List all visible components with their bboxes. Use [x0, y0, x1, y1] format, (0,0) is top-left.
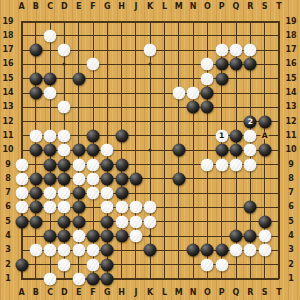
white-stone[interactable] [44, 201, 57, 214]
row-label-left: 1 [5, 275, 11, 283]
black-stone[interactable] [244, 230, 257, 243]
black-stone[interactable] [87, 144, 100, 157]
white-stone[interactable] [115, 215, 128, 228]
white-stone[interactable] [72, 272, 85, 285]
black-stone[interactable] [101, 215, 114, 228]
col-label-bottom: M [175, 289, 183, 297]
white-stone[interactable] [29, 244, 42, 257]
col-label-top: K [147, 3, 153, 11]
row-label-left: 11 [2, 132, 13, 140]
white-stone[interactable] [58, 44, 71, 57]
white-stone[interactable] [144, 44, 157, 57]
white-stone[interactable] [72, 230, 85, 243]
white-stone[interactable] [244, 144, 257, 157]
col-label-top: N [190, 3, 197, 11]
white-stone[interactable] [244, 129, 257, 142]
black-stone[interactable] [29, 72, 42, 85]
black-stone[interactable] [58, 215, 71, 228]
white-stone[interactable] [72, 172, 85, 185]
row-label-right: 18 [285, 32, 296, 40]
col-label-bottom: G [104, 289, 111, 297]
white-stone[interactable] [230, 44, 243, 57]
row-label-left: 6 [5, 203, 11, 211]
black-stone[interactable] [215, 58, 228, 71]
row-label-right: 17 [285, 46, 296, 54]
grid-vline [278, 21, 280, 279]
white-stone[interactable] [129, 201, 142, 214]
black-stone[interactable] [29, 201, 42, 214]
row-label-left: 8 [5, 175, 11, 183]
col-label-top: B [33, 3, 39, 11]
white-stone[interactable] [72, 244, 85, 257]
white-stone[interactable] [87, 258, 100, 271]
white-stone[interactable] [58, 101, 71, 114]
black-stone[interactable] [215, 72, 228, 85]
black-stone[interactable] [172, 172, 185, 185]
black-stone[interactable] [201, 87, 214, 100]
black-stone[interactable] [115, 172, 128, 185]
grid-hline [21, 278, 279, 280]
row-label-left: 17 [2, 46, 13, 54]
row-label-right: 12 [285, 118, 296, 126]
white-stone[interactable] [101, 187, 114, 200]
white-stone[interactable] [230, 158, 243, 171]
white-stone[interactable] [58, 129, 71, 142]
white-stone[interactable] [58, 201, 71, 214]
col-label-top: R [247, 3, 253, 11]
black-stone[interactable] [230, 230, 243, 243]
black-stone[interactable] [72, 201, 85, 214]
black-stone[interactable] [230, 58, 243, 71]
black-stone[interactable] [258, 215, 271, 228]
white-stone[interactable] [87, 58, 100, 71]
white-stone[interactable] [215, 44, 228, 57]
black-stone[interactable] [58, 172, 71, 185]
marker-1: 1 [219, 132, 224, 140]
white-stone[interactable] [87, 158, 100, 171]
black-stone[interactable] [44, 158, 57, 171]
black-stone[interactable] [72, 215, 85, 228]
row-label-right: 8 [288, 175, 294, 183]
black-stone[interactable] [44, 230, 57, 243]
col-label-top: M [175, 3, 183, 11]
row-label-left: 2 [5, 261, 11, 269]
star-point [149, 63, 152, 66]
col-label-bottom: J [134, 289, 137, 297]
black-stone[interactable] [29, 44, 42, 57]
marker-A: A [260, 132, 269, 140]
white-stone[interactable] [44, 29, 57, 42]
black-stone[interactable] [58, 158, 71, 171]
white-stone[interactable] [58, 258, 71, 271]
white-stone[interactable] [15, 172, 28, 185]
white-stone[interactable] [244, 44, 257, 57]
black-stone[interactable] [58, 230, 71, 243]
col-label-bottom: E [76, 289, 81, 297]
black-stone[interactable] [115, 129, 128, 142]
black-stone[interactable] [101, 244, 114, 257]
row-label-right: 3 [288, 246, 294, 254]
col-label-bottom: C [47, 289, 53, 297]
white-stone[interactable] [215, 158, 228, 171]
col-label-top: S [262, 3, 268, 11]
white-stone[interactable] [244, 244, 257, 257]
black-stone[interactable] [172, 144, 185, 157]
row-label-left: 18 [2, 32, 13, 40]
col-label-top: D [61, 3, 68, 11]
row-label-right: 5 [288, 218, 294, 226]
black-stone[interactable] [101, 172, 114, 185]
black-stone[interactable] [115, 158, 128, 171]
black-stone[interactable] [115, 187, 128, 200]
black-stone[interactable] [29, 144, 42, 157]
black-stone[interactable] [15, 258, 28, 271]
white-stone[interactable] [258, 230, 271, 243]
col-label-bottom: D [61, 289, 68, 297]
row-label-right: 14 [285, 89, 296, 97]
white-stone[interactable] [87, 172, 100, 185]
col-label-top: J [134, 3, 137, 11]
white-stone[interactable] [144, 201, 157, 214]
white-stone[interactable] [129, 230, 142, 243]
white-stone[interactable] [187, 87, 200, 100]
col-label-bottom: L [162, 289, 167, 297]
row-label-left: 16 [2, 60, 13, 68]
row-label-right: 9 [288, 161, 294, 169]
white-stone[interactable] [58, 144, 71, 157]
row-label-left: 19 [2, 18, 13, 26]
col-label-top: T [276, 3, 281, 11]
row-label-right: 16 [285, 60, 296, 68]
black-stone[interactable] [230, 144, 243, 157]
white-stone[interactable] [201, 158, 214, 171]
col-label-bottom: R [247, 289, 253, 297]
col-label-top: Q [233, 3, 240, 11]
black-stone[interactable] [72, 144, 85, 157]
col-label-top: E [76, 3, 81, 11]
row-label-left: 12 [2, 118, 13, 126]
white-stone[interactable] [44, 272, 57, 285]
white-stone[interactable] [215, 258, 228, 271]
black-stone[interactable] [44, 172, 57, 185]
black-stone[interactable] [29, 215, 42, 228]
col-label-bottom: S [262, 289, 268, 297]
black-stone[interactable] [258, 115, 271, 128]
white-stone[interactable] [115, 201, 128, 214]
white-stone[interactable] [101, 201, 114, 214]
black-stone[interactable] [201, 244, 214, 257]
white-stone[interactable] [58, 244, 71, 257]
col-label-bottom: K [147, 289, 153, 297]
black-stone[interactable] [187, 244, 200, 257]
col-label-bottom: F [90, 289, 95, 297]
black-stone[interactable] [187, 101, 200, 114]
black-stone[interactable] [101, 258, 114, 271]
col-label-top: A [18, 3, 24, 11]
white-stone[interactable] [58, 187, 71, 200]
row-label-right: 7 [288, 189, 294, 197]
white-stone[interactable] [144, 215, 157, 228]
col-label-bottom: Q [233, 289, 240, 297]
black-stone[interactable] [230, 129, 243, 142]
col-label-bottom: N [190, 289, 197, 297]
black-stone[interactable] [101, 158, 114, 171]
row-label-left: 5 [5, 218, 11, 226]
black-stone[interactable] [101, 272, 114, 285]
black-stone[interactable] [201, 101, 214, 114]
marker-2: 2 [248, 118, 253, 126]
white-stone[interactable] [201, 258, 214, 271]
black-stone[interactable] [29, 87, 42, 100]
black-stone[interactable] [72, 72, 85, 85]
row-label-right: 13 [285, 103, 296, 111]
star-point [149, 235, 152, 238]
white-stone[interactable] [44, 244, 57, 257]
white-stone[interactable] [201, 72, 214, 85]
col-label-bottom: P [219, 289, 225, 297]
white-stone[interactable] [101, 144, 114, 157]
black-stone[interactable] [215, 144, 228, 157]
col-label-bottom: T [276, 289, 281, 297]
white-stone[interactable] [15, 158, 28, 171]
col-label-top: P [219, 3, 225, 11]
black-stone[interactable] [44, 72, 57, 85]
white-stone[interactable] [72, 158, 85, 171]
black-stone[interactable] [244, 58, 257, 71]
go-board[interactable]: AABBCCDDEEFFGGHHJJKKLLMMNNOOPPQQRRSSTT19… [0, 0, 300, 300]
white-stone[interactable] [244, 158, 257, 171]
black-stone[interactable] [115, 230, 128, 243]
white-stone[interactable] [29, 129, 42, 142]
col-label-bottom: A [18, 289, 24, 297]
black-stone[interactable] [72, 187, 85, 200]
black-stone[interactable] [87, 230, 100, 243]
row-label-left: 4 [5, 232, 11, 240]
col-label-top: C [47, 3, 53, 11]
black-stone[interactable] [144, 244, 157, 257]
white-stone[interactable] [44, 129, 57, 142]
row-label-left: 3 [5, 246, 11, 254]
white-stone[interactable] [258, 244, 271, 257]
star-point [63, 63, 66, 66]
white-stone[interactable] [44, 187, 57, 200]
row-label-right: 4 [288, 232, 294, 240]
col-label-top: G [104, 3, 111, 11]
black-stone[interactable] [101, 230, 114, 243]
row-label-right: 2 [288, 261, 294, 269]
black-stone[interactable] [87, 272, 100, 285]
row-label-left: 13 [2, 103, 13, 111]
black-stone[interactable] [244, 201, 257, 214]
black-stone[interactable] [258, 144, 271, 157]
row-label-left: 10 [2, 146, 13, 154]
col-label-top: L [162, 3, 167, 11]
black-stone[interactable] [87, 129, 100, 142]
star-point [149, 149, 152, 152]
white-stone[interactable] [15, 201, 28, 214]
col-label-bottom: O [204, 289, 211, 297]
black-stone[interactable] [29, 187, 42, 200]
white-stone[interactable] [172, 87, 185, 100]
grid-vline [164, 21, 165, 279]
col-label-bottom: B [33, 289, 39, 297]
white-stone[interactable] [87, 244, 100, 257]
white-stone[interactable] [44, 87, 57, 100]
row-label-left: 9 [5, 161, 11, 169]
black-stone[interactable] [15, 215, 28, 228]
row-label-right: 15 [285, 75, 296, 83]
col-label-bottom: H [118, 289, 125, 297]
row-label-left: 7 [5, 189, 11, 197]
white-stone[interactable] [201, 58, 214, 71]
row-label-right: 6 [288, 203, 294, 211]
white-stone[interactable] [129, 215, 142, 228]
white-stone[interactable] [87, 187, 100, 200]
row-label-left: 14 [2, 89, 13, 97]
black-stone[interactable] [129, 172, 142, 185]
row-label-right: 11 [285, 132, 296, 140]
col-label-top: O [204, 3, 211, 11]
row-label-right: 10 [285, 146, 296, 154]
row-label-left: 15 [2, 75, 13, 83]
black-stone[interactable] [215, 244, 228, 257]
black-stone[interactable] [44, 144, 57, 157]
white-stone[interactable] [15, 187, 28, 200]
row-label-right: 1 [288, 275, 294, 283]
white-stone[interactable] [230, 244, 243, 257]
col-label-top: H [118, 3, 125, 11]
black-stone[interactable] [29, 172, 42, 185]
col-label-top: F [90, 3, 95, 11]
grid-vline [193, 21, 194, 279]
row-label-right: 19 [285, 18, 296, 26]
